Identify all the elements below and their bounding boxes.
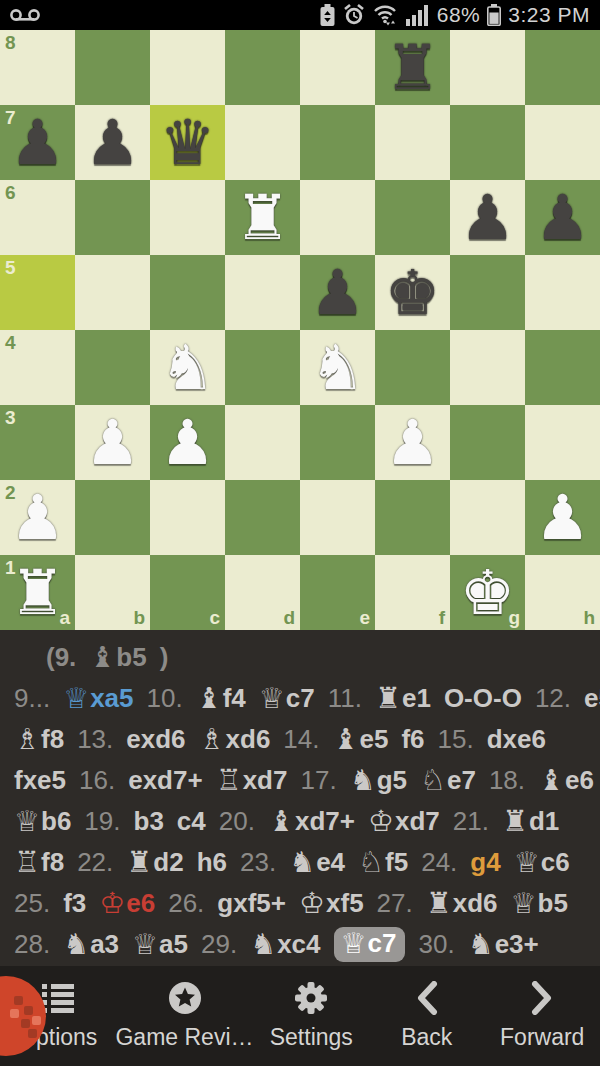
figurine-wr-icon: ♜ [426, 889, 452, 918]
move-OOO[interactable]: O-O-O [444, 683, 522, 714]
square-g5[interactable] [450, 255, 525, 330]
move-line-3: ♗f813.exd6♗xd614.♝e5f615.dxe6 [0, 719, 600, 760]
rank-label-6: 6 [5, 183, 16, 202]
battery-saver-icon [320, 4, 335, 26]
square-g8[interactable] [450, 30, 525, 105]
move-xa5[interactable]: ♕xa5 [63, 683, 133, 714]
square-h2[interactable]: ♟ [525, 480, 600, 555]
square-a2[interactable]: 2♟ [0, 480, 75, 555]
white-knight-c4: ♞ [150, 330, 225, 405]
square-f3[interactable]: ♟ [375, 405, 450, 480]
move-gxf5[interactable]: gxf5+ [217, 888, 286, 919]
figurine-bb-icon: ♗ [199, 725, 225, 754]
square-f5[interactable]: ♚ [375, 255, 450, 330]
file-label-e: e [359, 608, 370, 627]
variation-text: ) [160, 642, 169, 673]
move-number: 26. [168, 888, 204, 919]
move-f6[interactable]: f6 [401, 724, 424, 755]
black-king-f5: ♚ [375, 255, 450, 330]
chevron-right-icon [531, 981, 553, 1015]
square-b8[interactable] [75, 30, 150, 105]
move-f4[interactable]: ♝f4 [196, 683, 246, 714]
move-number: 24. [421, 847, 457, 878]
square-g2[interactable] [450, 480, 525, 555]
figurine-bq-icon: ♕ [63, 684, 89, 713]
rank-label-4: 4 [5, 333, 16, 352]
square-b4[interactable] [75, 330, 150, 405]
nav-back-button[interactable]: Back [369, 966, 484, 1066]
move-number: 18. [489, 765, 525, 796]
figurine-wb-icon: ♝ [268, 807, 294, 836]
square-f8[interactable]: ♜ [375, 30, 450, 105]
square-e1[interactable]: e [300, 555, 375, 630]
nav-forward-button[interactable]: Forward [485, 966, 600, 1066]
move-c4[interactable]: c4 [177, 806, 206, 837]
move-b5[interactable]: ♝b5 [89, 642, 146, 673]
figurine-bk-icon: ♔ [299, 889, 325, 918]
battery-percent: 68% [437, 3, 481, 27]
move-number: 11. [328, 683, 362, 714]
figurine-bq-icon: ♕ [14, 807, 40, 836]
move-e1[interactable]: ♜e1 [375, 683, 431, 714]
move-xd6[interactable]: ♗xd6 [199, 724, 271, 755]
move-xd7[interactable]: ♔xd7 [368, 806, 440, 837]
square-b1[interactable]: b [75, 555, 150, 630]
square-d2[interactable] [225, 480, 300, 555]
move-xd7[interactable]: ♖xd7 [216, 765, 288, 796]
nav-game-review-button[interactable]: Game Revi… [115, 966, 253, 1066]
move-e6[interactable]: ♝e6 [538, 765, 594, 796]
move-line-1: (9.♝b5) [0, 637, 600, 678]
move-number: 16. [79, 765, 115, 796]
move-e5[interactable]: ♝e5 [333, 724, 389, 755]
square-a1[interactable]: 1a♜ [0, 555, 75, 630]
move-number: 10. [147, 683, 183, 714]
move-d2[interactable]: ♜d2 [126, 847, 183, 878]
move-f3[interactable]: f3 [63, 888, 86, 919]
square-d7[interactable] [225, 105, 300, 180]
move-c7[interactable]: ♕c7 [259, 683, 315, 714]
square-e2[interactable] [300, 480, 375, 555]
file-label-d: d [283, 608, 295, 627]
move-h6[interactable]: h6 [197, 847, 227, 878]
square-d8[interactable] [225, 30, 300, 105]
figurine-wn-icon: ♞ [289, 848, 315, 877]
square-f1[interactable]: f [375, 555, 450, 630]
figurine-wn-icon: ♞ [468, 930, 494, 959]
battery-icon [487, 4, 501, 26]
move-number: 27. [377, 888, 413, 919]
move-exd6[interactable]: exd6 [126, 724, 185, 755]
chevron-left-icon [416, 981, 438, 1015]
square-b2[interactable] [75, 480, 150, 555]
move-b3[interactable]: b3 [134, 806, 164, 837]
move-e5[interactable]: e5 [584, 683, 600, 714]
move-number: 19. [84, 806, 120, 837]
move-line-5: ♕b619.b3c420.♝xd7+♔xd721.♜d1 [0, 801, 600, 842]
variation-text: (9. [46, 642, 76, 673]
square-d1[interactable]: d [225, 555, 300, 630]
square-d3[interactable] [225, 405, 300, 480]
square-e4[interactable]: ♞ [300, 330, 375, 405]
rank-label-2: 2 [5, 483, 16, 502]
figurine-bq-icon: ♕ [514, 848, 540, 877]
move-e6[interactable]: ♔e6 [99, 888, 155, 919]
square-e5[interactable]: ♟ [300, 255, 375, 330]
figurine-wn-icon: ♞ [250, 930, 276, 959]
move-g4[interactable]: g4 [470, 847, 500, 878]
square-e6[interactable] [300, 180, 375, 255]
voicemail-icon [10, 7, 40, 23]
move-f5[interactable]: ♘f5 [358, 847, 408, 878]
move-number: 25. [14, 888, 50, 919]
figurine-bq-icon: ♕ [259, 684, 285, 713]
figurine-bq-icon: ♕ [511, 889, 537, 918]
move-dxe6[interactable]: dxe6 [487, 724, 546, 755]
square-b3[interactable]: ♟ [75, 405, 150, 480]
square-h7[interactable] [525, 105, 600, 180]
chess-board: 8♜7♟♟♛6♜♟♟5♟♚4♞♞3♟♟♟2♟♟1a♜bcdefg♚h [0, 30, 600, 630]
move-xf5[interactable]: ♔xf5 [299, 888, 364, 919]
move-number: 22. [77, 847, 113, 878]
black-pawn-h6: ♟ [525, 180, 600, 255]
move-c6[interactable]: ♕c6 [514, 847, 570, 878]
phone-screen: 68% 3:23 PM 8♜7♟♟♛6♜♟♟5♟♚4♞♞3♟♟♟2♟♟1a♜bc… [0, 0, 600, 1066]
move-line-4: fxe516.exd7+♖xd717.♞g5♘e718.♝e6 [0, 760, 600, 801]
move-d1[interactable]: ♜d1 [502, 806, 559, 837]
move-xc4[interactable]: ♞xc4 [250, 929, 320, 960]
move-line-2: 9...♕xa510.♝f4♕c711.♜e1O-O-O12.e5 [0, 678, 600, 719]
white-knight-e4: ♞ [300, 330, 375, 405]
figurine-bb-icon: ♗ [14, 725, 40, 754]
figurine-wb-icon: ♝ [333, 725, 359, 754]
file-label-c: c [209, 608, 220, 627]
white-pawn-c3: ♟ [150, 405, 225, 480]
nav-back-label: Back [401, 1024, 452, 1051]
move-line-8: 28.♞a3♕a529.♞xc4♕c730.♞e3+ [0, 924, 600, 965]
figurine-bk-icon: ♔ [99, 889, 125, 918]
square-a8[interactable]: 8 [0, 30, 75, 105]
square-c3[interactable]: ♟ [150, 405, 225, 480]
bottom-nav: Options Game Revi… [0, 966, 600, 1066]
rank-label-7: 7 [5, 108, 16, 127]
move-f8[interactable]: ♖f8 [14, 847, 64, 878]
square-d6[interactable]: ♜ [225, 180, 300, 255]
figurine-bn-icon: ♘ [420, 766, 446, 795]
move-number: 29. [201, 929, 237, 960]
square-c6[interactable] [150, 180, 225, 255]
move-line-6: ♖f822.♜d2h623.♞e4♘f524.g4♕c6 [0, 842, 600, 883]
square-a5[interactable]: 5 [0, 255, 75, 330]
move-b5[interactable]: ♕b5 [511, 888, 568, 919]
square-d5[interactable] [225, 255, 300, 330]
figurine-wb-icon: ♝ [89, 643, 115, 672]
square-h5[interactable] [525, 255, 600, 330]
square-g7[interactable] [450, 105, 525, 180]
square-b5[interactable] [75, 255, 150, 330]
move-g5[interactable]: ♞g5 [350, 765, 407, 796]
move-number: 23. [240, 847, 276, 878]
file-label-a: a [59, 608, 70, 627]
nav-settings-button[interactable]: Settings [254, 966, 369, 1066]
figurine-wn-icon: ♞ [350, 766, 376, 795]
square-c1[interactable]: c [150, 555, 225, 630]
move-b6[interactable]: ♕b6 [14, 806, 71, 837]
white-pawn-f3: ♟ [375, 405, 450, 480]
square-f7[interactable] [375, 105, 450, 180]
figurine-br-icon: ♖ [14, 848, 40, 877]
white-rook-d6: ♜ [225, 180, 300, 255]
square-a3[interactable]: 3 [0, 405, 75, 480]
black-queen-c7: ♛ [150, 105, 225, 180]
move-number: 9... [14, 683, 50, 714]
square-c5[interactable] [150, 255, 225, 330]
move-e7[interactable]: ♘e7 [420, 765, 476, 796]
square-h6[interactable]: ♟ [525, 180, 600, 255]
square-f2[interactable] [375, 480, 450, 555]
clock-time: 3:23 PM [508, 3, 590, 27]
wifi-icon [373, 4, 399, 27]
move-number: 20. [219, 806, 255, 837]
move-number: 28. [14, 929, 50, 960]
figurine-bq-icon: ♕ [132, 930, 158, 959]
figurine-br-icon: ♖ [216, 766, 242, 795]
square-f4[interactable] [375, 330, 450, 405]
move-line-7: 25.f3♔e626.gxf5+♔xf527.♜xd6♕b5 [0, 883, 600, 924]
move-f8[interactable]: ♗f8 [14, 724, 64, 755]
rank-label-5: 5 [5, 258, 16, 277]
black-pawn-e5: ♟ [300, 255, 375, 330]
move-a5[interactable]: ♕a5 [132, 929, 188, 960]
alarm-icon [342, 3, 366, 27]
nav-forward-label: Forward [500, 1024, 584, 1051]
rank-label-1: 1 [5, 558, 16, 577]
move-exd7[interactable]: exd7+ [128, 765, 202, 796]
square-e8[interactable] [300, 30, 375, 105]
square-c2[interactable] [150, 480, 225, 555]
square-h4[interactable] [525, 330, 600, 405]
square-g3[interactable] [450, 405, 525, 480]
square-b6[interactable] [75, 180, 150, 255]
move-e4[interactable]: ♞e4 [289, 847, 345, 878]
move-number: 14. [283, 724, 319, 755]
square-f6[interactable] [375, 180, 450, 255]
black-pawn-g6: ♟ [450, 180, 525, 255]
move-e3[interactable]: ♞e3+ [468, 929, 539, 960]
move-number: 17. [300, 765, 336, 796]
nav-game-review-label: Game Revi… [115, 1024, 253, 1051]
status-bar: 68% 3:23 PM [0, 0, 600, 30]
square-g1[interactable]: g♚ [450, 555, 525, 630]
move-xd6[interactable]: ♜xd6 [426, 888, 498, 919]
move-fxe5[interactable]: fxe5 [14, 765, 66, 796]
figurine-bn-icon: ♘ [358, 848, 384, 877]
figurine-wb-icon: ♝ [538, 766, 564, 795]
file-label-b: b [133, 608, 145, 627]
signal-icon [406, 4, 430, 26]
move-number: 12. [535, 683, 571, 714]
move-list: (9.♝b5)9...♕xa510.♝f4♕c711.♜e1O-O-O12.e5… [0, 630, 600, 966]
file-label-h: h [583, 608, 595, 627]
move-number: 15. [438, 724, 474, 755]
square-b7[interactable]: ♟ [75, 105, 150, 180]
square-e7[interactable] [300, 105, 375, 180]
gear-icon [294, 981, 328, 1015]
square-d4[interactable] [225, 330, 300, 405]
square-h8[interactable] [525, 30, 600, 105]
move-number: 13. [77, 724, 113, 755]
move-number: 21. [453, 806, 489, 837]
white-pawn-b3: ♟ [75, 405, 150, 480]
move-number: 30. [418, 929, 454, 960]
figurine-wr-icon: ♜ [126, 848, 152, 877]
figurine-wr-icon: ♜ [502, 807, 528, 836]
figurine-wb-icon: ♝ [196, 684, 222, 713]
file-label-g: g [508, 608, 520, 627]
square-a4[interactable]: 4 [0, 330, 75, 405]
square-e3[interactable] [300, 405, 375, 480]
square-a7[interactable]: 7♟ [0, 105, 75, 180]
list-icon [42, 981, 74, 1015]
square-c4[interactable]: ♞ [150, 330, 225, 405]
square-g4[interactable] [450, 330, 525, 405]
file-label-f: f [439, 608, 445, 627]
black-rook-f8: ♜ [375, 30, 450, 105]
move-c7[interactable]: ♕c7 [334, 927, 406, 962]
square-h3[interactable] [525, 405, 600, 480]
figurine-wr-icon: ♜ [375, 684, 401, 713]
figurine-bk-icon: ♔ [368, 807, 394, 836]
rank-label-8: 8 [5, 33, 16, 52]
nav-settings-label: Settings [270, 1024, 353, 1051]
square-c7[interactable]: ♛ [150, 105, 225, 180]
rank-label-3: 3 [5, 408, 16, 427]
square-c8[interactable] [150, 30, 225, 105]
square-a6[interactable]: 6 [0, 180, 75, 255]
move-a3[interactable]: ♞a3 [63, 929, 119, 960]
white-pawn-h2: ♟ [525, 480, 600, 555]
star-circle-icon [168, 981, 202, 1015]
black-pawn-b7: ♟ [75, 105, 150, 180]
move-xd7[interactable]: ♝xd7+ [268, 806, 355, 837]
figurine-bq-icon: ♕ [341, 929, 367, 958]
square-g6[interactable]: ♟ [450, 180, 525, 255]
square-h1[interactable]: h [525, 555, 600, 630]
figurine-wn-icon: ♞ [63, 930, 89, 959]
